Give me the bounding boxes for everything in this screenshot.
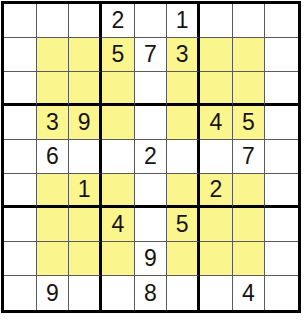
cell-r6c4[interactable] (102, 174, 135, 208)
cell-r7c8[interactable] (233, 208, 266, 242)
cell-r9c1[interactable] (4, 276, 37, 310)
cell-r5c6[interactable] (167, 140, 200, 174)
cell-r6c6[interactable] (167, 174, 200, 208)
cell-r8c3[interactable] (69, 242, 102, 276)
cell-r2c1[interactable] (4, 38, 37, 72)
cell-r2c8[interactable] (233, 38, 266, 72)
cell-r3c4[interactable] (102, 72, 135, 106)
cell-r6c7[interactable]: 2 (200, 174, 233, 208)
cell-r5c5[interactable]: 2 (135, 140, 168, 174)
cell-r8c2[interactable] (37, 242, 70, 276)
cell-r3c7[interactable] (200, 72, 233, 106)
cell-r6c1[interactable] (4, 174, 37, 208)
cell-r1c6[interactable]: 1 (167, 4, 200, 38)
cell-r8c6[interactable] (167, 242, 200, 276)
cell-r2c3[interactable] (69, 38, 102, 72)
cell-r7c5[interactable] (135, 208, 168, 242)
cell-r3c6[interactable] (167, 72, 200, 106)
cell-r4c6[interactable] (167, 106, 200, 140)
cell-r6c9[interactable] (265, 174, 298, 208)
cell-r6c5[interactable] (135, 174, 168, 208)
cell-r1c9[interactable] (265, 4, 298, 38)
cell-r2c4[interactable]: 5 (102, 38, 135, 72)
cell-r8c9[interactable] (265, 242, 298, 276)
sudoku-board: 21573394562712459984 (1, 1, 301, 313)
cell-r4c9[interactable] (265, 106, 298, 140)
cell-r3c8[interactable] (233, 72, 266, 106)
cell-r9c6[interactable] (167, 276, 200, 310)
cell-r8c1[interactable] (4, 242, 37, 276)
cell-r4c8[interactable]: 5 (233, 106, 266, 140)
cell-r5c4[interactable] (102, 140, 135, 174)
cell-r8c5[interactable]: 9 (135, 242, 168, 276)
cell-r6c8[interactable] (233, 174, 266, 208)
cell-r7c1[interactable] (4, 208, 37, 242)
cell-r6c2[interactable] (37, 174, 70, 208)
cell-r7c4[interactable]: 4 (102, 208, 135, 242)
cell-r1c7[interactable] (200, 4, 233, 38)
cell-r9c4[interactable] (102, 276, 135, 310)
cell-r8c4[interactable] (102, 242, 135, 276)
sudoku-page: 21573394562712459984 (0, 0, 304, 320)
cell-r4c4[interactable] (102, 106, 135, 140)
cell-r2c9[interactable] (265, 38, 298, 72)
cell-r5c7[interactable] (200, 140, 233, 174)
cell-r3c2[interactable] (37, 72, 70, 106)
cell-r9c7[interactable] (200, 276, 233, 310)
cell-r1c5[interactable] (135, 4, 168, 38)
cell-r6c3[interactable]: 1 (69, 174, 102, 208)
cell-r8c7[interactable] (200, 242, 233, 276)
cell-r2c5[interactable]: 7 (135, 38, 168, 72)
cell-r3c1[interactable] (4, 72, 37, 106)
cell-r1c2[interactable] (37, 4, 70, 38)
cell-r7c2[interactable] (37, 208, 70, 242)
cell-r4c1[interactable] (4, 106, 37, 140)
cell-r5c3[interactable] (69, 140, 102, 174)
cell-r3c3[interactable] (69, 72, 102, 106)
cell-r1c4[interactable]: 2 (102, 4, 135, 38)
cell-r9c3[interactable] (69, 276, 102, 310)
cell-r9c9[interactable] (265, 276, 298, 310)
cell-r4c2[interactable]: 3 (37, 106, 70, 140)
cell-r7c7[interactable] (200, 208, 233, 242)
cell-r7c3[interactable] (69, 208, 102, 242)
cell-r5c2[interactable]: 6 (37, 140, 70, 174)
cell-r4c7[interactable]: 4 (200, 106, 233, 140)
cell-r2c7[interactable] (200, 38, 233, 72)
cell-r2c2[interactable] (37, 38, 70, 72)
cell-r4c3[interactable]: 9 (69, 106, 102, 140)
cell-r9c2[interactable]: 9 (37, 276, 70, 310)
cell-r1c1[interactable] (4, 4, 37, 38)
cell-r5c8[interactable]: 7 (233, 140, 266, 174)
cell-r2c6[interactable]: 3 (167, 38, 200, 72)
cell-r1c8[interactable] (233, 4, 266, 38)
cell-r1c3[interactable] (69, 4, 102, 38)
cell-r7c9[interactable] (265, 208, 298, 242)
cell-r9c5[interactable]: 8 (135, 276, 168, 310)
cell-r3c9[interactable] (265, 72, 298, 106)
cell-r8c8[interactable] (233, 242, 266, 276)
cell-r3c5[interactable] (135, 72, 168, 106)
cell-r4c5[interactable] (135, 106, 168, 140)
cell-r9c8[interactable]: 4 (233, 276, 266, 310)
cell-r5c1[interactable] (4, 140, 37, 174)
cell-r5c9[interactable] (265, 140, 298, 174)
cell-r7c6[interactable]: 5 (167, 208, 200, 242)
